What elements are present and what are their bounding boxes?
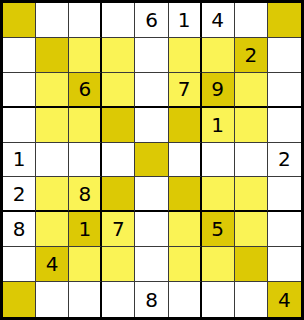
cell-r8c4[interactable] — [102, 247, 135, 282]
cell-r7c1[interactable]: 8 — [3, 212, 36, 247]
cell-r9c7[interactable] — [202, 282, 235, 317]
cell-r6c5[interactable] — [135, 177, 168, 212]
cell-r2c2[interactable] — [36, 38, 69, 73]
cell-r4c2[interactable] — [36, 108, 69, 143]
cell-r5c9[interactable]: 2 — [268, 143, 301, 178]
cell-r5c2[interactable] — [36, 143, 69, 178]
cell-r4c5[interactable] — [135, 108, 168, 143]
cell-r4c7[interactable]: 1 — [202, 108, 235, 143]
cell-r8c5[interactable] — [135, 247, 168, 282]
cell-r4c6[interactable] — [169, 108, 202, 143]
cell-r8c8[interactable] — [235, 247, 268, 282]
cell-r1c7[interactable]: 4 — [202, 3, 235, 38]
cell-r6c8[interactable] — [235, 177, 268, 212]
cell-r1c3[interactable] — [69, 3, 102, 38]
cell-r3c5[interactable] — [135, 73, 168, 108]
cell-r2c9[interactable] — [268, 38, 301, 73]
cell-r9c2[interactable] — [36, 282, 69, 317]
cell-r3c1[interactable] — [3, 73, 36, 108]
cell-r2c5[interactable] — [135, 38, 168, 73]
cell-r6c4[interactable] — [102, 177, 135, 212]
cell-r7c8[interactable] — [235, 212, 268, 247]
cell-r3c3[interactable]: 6 — [69, 73, 102, 108]
cell-r2c3[interactable] — [69, 38, 102, 73]
cell-r8c6[interactable] — [169, 247, 202, 282]
cell-r4c4[interactable] — [102, 108, 135, 143]
cell-r1c8[interactable] — [235, 3, 268, 38]
cell-r6c1[interactable]: 2 — [3, 177, 36, 212]
cell-r1c5[interactable]: 6 — [135, 3, 168, 38]
cell-r1c4[interactable] — [102, 3, 135, 38]
sudoku-board: 6142679112288175484 — [0, 0, 304, 320]
cell-r4c8[interactable] — [235, 108, 268, 143]
cell-r9c8[interactable] — [235, 282, 268, 317]
cell-r4c9[interactable] — [268, 108, 301, 143]
cell-r3c7[interactable]: 9 — [202, 73, 235, 108]
cell-r5c7[interactable] — [202, 143, 235, 178]
cell-r5c5[interactable] — [135, 143, 168, 178]
cell-r2c6[interactable] — [169, 38, 202, 73]
cell-r8c2[interactable]: 4 — [36, 247, 69, 282]
cell-r1c1[interactable] — [3, 3, 36, 38]
cell-r1c6[interactable]: 1 — [169, 3, 202, 38]
cell-r7c4[interactable]: 7 — [102, 212, 135, 247]
cell-r8c3[interactable] — [69, 247, 102, 282]
cell-r5c4[interactable] — [102, 143, 135, 178]
cell-r7c2[interactable] — [36, 212, 69, 247]
cell-r2c4[interactable] — [102, 38, 135, 73]
cell-r6c2[interactable] — [36, 177, 69, 212]
cell-r3c8[interactable] — [235, 73, 268, 108]
cell-r9c3[interactable] — [69, 282, 102, 317]
cell-r5c8[interactable] — [235, 143, 268, 178]
cell-r2c1[interactable] — [3, 38, 36, 73]
cell-r2c8[interactable]: 2 — [235, 38, 268, 73]
cell-r5c6[interactable] — [169, 143, 202, 178]
cell-r7c5[interactable] — [135, 212, 168, 247]
cell-r7c3[interactable]: 1 — [69, 212, 102, 247]
cell-r9c4[interactable] — [102, 282, 135, 317]
cell-r9c5[interactable]: 8 — [135, 282, 168, 317]
cell-r5c3[interactable] — [69, 143, 102, 178]
cell-r7c6[interactable] — [169, 212, 202, 247]
cell-r5c1[interactable]: 1 — [3, 143, 36, 178]
cell-r3c9[interactable] — [268, 73, 301, 108]
cell-r6c7[interactable] — [202, 177, 235, 212]
cell-r1c9[interactable] — [268, 3, 301, 38]
cell-r6c3[interactable]: 8 — [69, 177, 102, 212]
cell-r9c1[interactable] — [3, 282, 36, 317]
cell-r8c1[interactable] — [3, 247, 36, 282]
cell-r7c9[interactable] — [268, 212, 301, 247]
cell-r4c3[interactable] — [69, 108, 102, 143]
cell-r6c6[interactable] — [169, 177, 202, 212]
cell-r3c4[interactable] — [102, 73, 135, 108]
cell-r9c9[interactable]: 4 — [268, 282, 301, 317]
cell-r1c2[interactable] — [36, 3, 69, 38]
cell-r2c7[interactable] — [202, 38, 235, 73]
cell-r3c6[interactable]: 7 — [169, 73, 202, 108]
cell-r4c1[interactable] — [3, 108, 36, 143]
cell-r6c9[interactable] — [268, 177, 301, 212]
cell-r8c9[interactable] — [268, 247, 301, 282]
cell-r7c7[interactable]: 5 — [202, 212, 235, 247]
cell-r3c2[interactable] — [36, 73, 69, 108]
cell-r9c6[interactable] — [169, 282, 202, 317]
cell-r8c7[interactable] — [202, 247, 235, 282]
